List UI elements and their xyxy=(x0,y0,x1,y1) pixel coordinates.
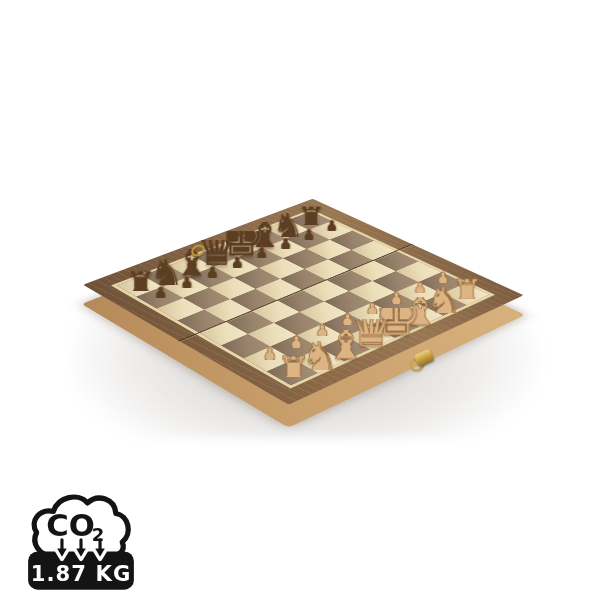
co2-badge-graphic: CO 2 1.87 KG xyxy=(26,486,136,596)
co2-badge: CO 2 1.87 KG xyxy=(26,486,136,596)
co2-subscript: 2 xyxy=(92,524,105,545)
board-top-face: ♜♞♝♛♚♝♞♜♟♟♟♟♟♟♟♟♟♟♟♟♟♟♟♟♜♞♝♛♚♝♞♜ xyxy=(83,199,524,405)
weight-label: 1.87 KG xyxy=(31,561,132,586)
piece-white-bishop: ♝ xyxy=(403,297,437,331)
co2-label: CO xyxy=(46,508,95,543)
square-h1: ♜ xyxy=(442,283,489,305)
square-e5 xyxy=(280,269,326,290)
chess-board: ♜♞♝♛♚♝♞♜♟♟♟♟♟♟♟♟♟♟♟♟♟♟♟♟♜♞♝♛♚♝♞♜ xyxy=(83,199,524,405)
product-photo: ♜♞♝♛♚♝♞♜♟♟♟♟♟♟♟♟♟♟♟♟♟♟♟♟♜♞♝♛♚♝♞♜ xyxy=(0,0,610,610)
square-d1: ♛ xyxy=(346,325,395,349)
square-e2: ♟ xyxy=(347,303,395,326)
square-c6 xyxy=(209,278,255,299)
square-e6 xyxy=(259,258,304,278)
board-frame: ♜♞♝♛♚♝♞♜♟♟♟♟♟♟♟♟♟♟♟♟♟♟♟♟♜♞♝♛♚♝♞♜ xyxy=(83,199,524,405)
piece-white-knight: ♞ xyxy=(427,286,461,320)
